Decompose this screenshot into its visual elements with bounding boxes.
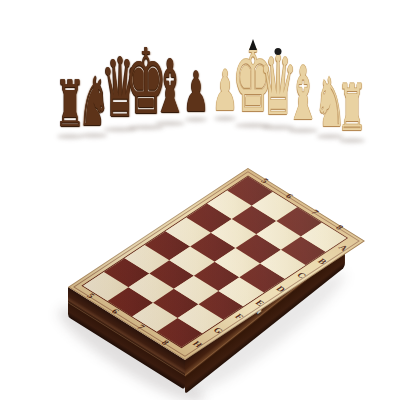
rank-label-left-8: 8 [159,339,171,347]
rank-label-right-6: 6 [283,193,295,201]
piece-light-rook: ♜ [307,77,397,141]
rank-label-left-7: 7 [134,323,146,331]
rank-label-right-7: 7 [308,208,320,216]
file-label-e: E [253,299,266,308]
file-label-f: F [232,313,245,321]
rank-label-left-6: 6 [109,308,121,316]
rank-label-right-8: 8 [333,224,345,232]
file-label-c: C [294,271,308,280]
product-photo: ♞ HGFEDCBA55667788 ♜♞♛♚♝♟♟♚♛♝♞♜ [0,0,400,400]
light-queen-finial [275,48,282,55]
file-label-b: B [315,257,328,266]
rank-label-left-5: 5 [84,292,96,300]
file-label-a: A [336,244,350,253]
file-label-d: D [273,285,287,294]
rank-label-right-5: 5 [258,177,270,185]
light-rook-icon: ♜ [329,77,376,141]
